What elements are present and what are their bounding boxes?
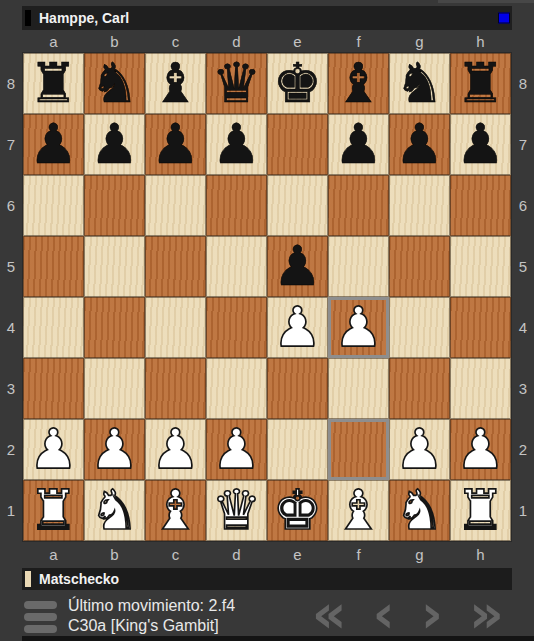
square-g8[interactable]: ♞ — [389, 53, 450, 114]
square-d5[interactable] — [206, 236, 267, 297]
square-d7[interactable]: ♟ — [206, 114, 267, 175]
square-b1[interactable]: ♞ — [84, 480, 145, 541]
white-bishop-f1: ♝ — [334, 483, 383, 538]
square-d6[interactable] — [206, 175, 267, 236]
square-b8[interactable]: ♞ — [84, 53, 145, 114]
file-label-b: b — [84, 542, 145, 566]
black-bishop-c8: ♝ — [151, 56, 200, 111]
square-f4[interactable]: ♟ — [328, 297, 389, 358]
square-b4[interactable] — [84, 297, 145, 358]
white-rook-h1: ♜ — [456, 483, 505, 538]
square-b3[interactable] — [84, 358, 145, 419]
white-pawn-e4: ♟ — [273, 300, 322, 355]
square-e8[interactable]: ♚ — [267, 53, 328, 114]
file-label-c: c — [145, 30, 206, 52]
black-knight-g8: ♞ — [395, 56, 444, 111]
square-h2[interactable]: ♟ — [450, 419, 511, 480]
file-label-d: d — [206, 542, 267, 566]
file-label-f: f — [328, 542, 389, 566]
square-g7[interactable]: ♟ — [389, 114, 450, 175]
square-g1[interactable]: ♞ — [389, 480, 450, 541]
square-f5[interactable] — [328, 236, 389, 297]
square-b6[interactable] — [84, 175, 145, 236]
rank-label-3: 3 — [512, 358, 534, 419]
square-e3[interactable] — [267, 358, 328, 419]
nav-previous-button[interactable]: ‹ — [373, 587, 395, 641]
square-h1[interactable]: ♜ — [450, 480, 511, 541]
square-d2[interactable]: ♟ — [206, 419, 267, 480]
top-player-name: Hamppe, Carl — [39, 10, 129, 26]
white-rook-a1: ♜ — [29, 483, 78, 538]
black-bishop-f8: ♝ — [334, 56, 383, 111]
square-b5[interactable] — [84, 236, 145, 297]
rank-label-6: 6 — [512, 175, 534, 236]
rank-label-8: 8 — [0, 53, 22, 114]
square-a3[interactable] — [23, 358, 84, 419]
file-labels-bottom: abcdefgh — [23, 542, 511, 566]
file-label-g: g — [389, 30, 450, 52]
square-d4[interactable] — [206, 297, 267, 358]
square-c6[interactable] — [145, 175, 206, 236]
black-pawn-g7: ♟ — [395, 117, 444, 172]
white-pawn-g2: ♟ — [395, 422, 444, 477]
square-h4[interactable] — [450, 297, 511, 358]
rank-label-1: 1 — [512, 480, 534, 541]
move-navigation: « ‹ › » — [312, 590, 504, 638]
white-bishop-c1: ♝ — [151, 483, 200, 538]
black-pawn-h7: ♟ — [456, 117, 505, 172]
file-label-a: a — [23, 30, 84, 52]
black-pawn-f7: ♟ — [334, 117, 383, 172]
square-a1[interactable]: ♜ — [23, 480, 84, 541]
white-pawn-d2: ♟ — [212, 422, 261, 477]
square-h7[interactable]: ♟ — [450, 114, 511, 175]
white-queen-d1: ♛ — [212, 483, 261, 538]
square-a7[interactable]: ♟ — [23, 114, 84, 175]
square-f7[interactable]: ♟ — [328, 114, 389, 175]
white-side-indicator — [25, 571, 31, 587]
square-c2[interactable]: ♟ — [145, 419, 206, 480]
file-label-a: a — [23, 542, 84, 566]
square-a2[interactable]: ♟ — [23, 419, 84, 480]
square-c7[interactable]: ♟ — [145, 114, 206, 175]
square-h3[interactable] — [450, 358, 511, 419]
black-knight-b8: ♞ — [90, 56, 139, 111]
square-f3[interactable] — [328, 358, 389, 419]
black-pawn-d7: ♟ — [212, 117, 261, 172]
file-label-h: h — [450, 30, 511, 52]
square-h5[interactable] — [450, 236, 511, 297]
square-f8[interactable]: ♝ — [328, 53, 389, 114]
hamburger-bar — [24, 625, 57, 633]
status-text: Último movimiento: 2.f4 C30a [King's Gam… — [68, 596, 235, 636]
square-c5[interactable] — [145, 236, 206, 297]
square-f1[interactable]: ♝ — [328, 480, 389, 541]
square-a8[interactable]: ♜ — [23, 53, 84, 114]
square-g2[interactable]: ♟ — [389, 419, 450, 480]
nav-last-button[interactable]: » — [469, 587, 504, 641]
white-pawn-a2: ♟ — [29, 422, 78, 477]
last-move-text: Último movimiento: 2.f4 — [68, 596, 235, 616]
square-c4[interactable] — [145, 297, 206, 358]
square-d8[interactable]: ♛ — [206, 53, 267, 114]
file-labels-top: abcdefgh — [23, 30, 511, 52]
square-e5[interactable]: ♟ — [267, 236, 328, 297]
square-e1[interactable]: ♚ — [267, 480, 328, 541]
rank-label-7: 7 — [512, 114, 534, 175]
top-edge-strip — [438, 0, 534, 3]
bottom-panel-edge — [22, 636, 534, 641]
app-background: Hamppe, Carl abcdefgh 87654321 ♜♞♝♛♚♝♞♜♟… — [0, 0, 534, 641]
hamburger-menu-icon[interactable] — [24, 601, 57, 633]
rank-labels-right: 87654321 — [512, 53, 534, 541]
rank-label-2: 2 — [0, 419, 22, 480]
rank-label-7: 7 — [0, 114, 22, 175]
square-c8[interactable]: ♝ — [145, 53, 206, 114]
square-b2[interactable]: ♟ — [84, 419, 145, 480]
square-d1[interactable]: ♛ — [206, 480, 267, 541]
blue-turn-indicator — [498, 13, 510, 24]
square-e4[interactable]: ♟ — [267, 297, 328, 358]
hamburger-bar — [24, 613, 57, 621]
square-g6[interactable] — [389, 175, 450, 236]
file-label-g: g — [389, 542, 450, 566]
file-label-f: f — [328, 30, 389, 52]
black-pawn-c7: ♟ — [151, 117, 200, 172]
rank-labels-left: 87654321 — [0, 53, 22, 541]
square-d3[interactable] — [206, 358, 267, 419]
white-pawn-f4: ♟ — [334, 300, 383, 355]
white-pawn-h2: ♟ — [456, 422, 505, 477]
white-knight-b1: ♞ — [90, 483, 139, 538]
rank-label-3: 3 — [0, 358, 22, 419]
chess-board: ♜♞♝♛♚♝♞♜♟♟♟♟♟♟♟♟♟♟♟♟♟♟♟♟♜♞♝♛♚♝♞♜ — [22, 52, 512, 542]
square-f6[interactable] — [328, 175, 389, 236]
file-label-e: e — [267, 30, 328, 52]
white-pawn-b2: ♟ — [90, 422, 139, 477]
square-c1[interactable]: ♝ — [145, 480, 206, 541]
white-pawn-c2: ♟ — [151, 422, 200, 477]
hamburger-bar — [24, 601, 57, 609]
white-knight-g1: ♞ — [395, 483, 444, 538]
square-g5[interactable] — [389, 236, 450, 297]
square-g3[interactable] — [389, 358, 450, 419]
rank-label-2: 2 — [512, 419, 534, 480]
rank-label-1: 1 — [0, 480, 22, 541]
file-label-h: h — [450, 542, 511, 566]
square-f2[interactable] — [328, 419, 389, 480]
rank-label-5: 5 — [0, 236, 22, 297]
rank-label-4: 4 — [0, 297, 22, 358]
square-a6[interactable] — [23, 175, 84, 236]
nav-first-button[interactable]: « — [312, 587, 347, 641]
bottom-player-name: Matschecko — [39, 571, 119, 587]
square-a5[interactable] — [23, 236, 84, 297]
square-c3[interactable] — [145, 358, 206, 419]
black-queen-d8: ♛ — [212, 56, 261, 111]
black-king-e8: ♚ — [273, 56, 322, 111]
square-g4[interactable] — [389, 297, 450, 358]
black-side-indicator — [25, 10, 31, 26]
black-pawn-b7: ♟ — [90, 117, 139, 172]
rank-label-6: 6 — [0, 175, 22, 236]
square-b7[interactable]: ♟ — [84, 114, 145, 175]
square-e7[interactable] — [267, 114, 328, 175]
black-rook-a8: ♜ — [29, 56, 78, 111]
black-rook-h8: ♜ — [456, 56, 505, 111]
file-label-d: d — [206, 30, 267, 52]
black-pawn-e5: ♟ — [273, 239, 322, 294]
white-king-e1: ♚ — [273, 483, 322, 538]
opening-text: C30a [King's Gambit] — [68, 616, 235, 636]
square-h6[interactable] — [450, 175, 511, 236]
rank-label-4: 4 — [512, 297, 534, 358]
file-label-b: b — [84, 30, 145, 52]
file-label-e: e — [267, 542, 328, 566]
rank-label-5: 5 — [512, 236, 534, 297]
nav-next-button[interactable]: › — [421, 587, 443, 641]
square-a4[interactable] — [23, 297, 84, 358]
square-e6[interactable] — [267, 175, 328, 236]
top-player-bar: Hamppe, Carl — [22, 6, 512, 30]
square-h8[interactable]: ♜ — [450, 53, 511, 114]
rank-label-8: 8 — [512, 53, 534, 114]
square-e2[interactable] — [267, 419, 328, 480]
file-label-c: c — [145, 542, 206, 566]
black-pawn-a7: ♟ — [29, 117, 78, 172]
